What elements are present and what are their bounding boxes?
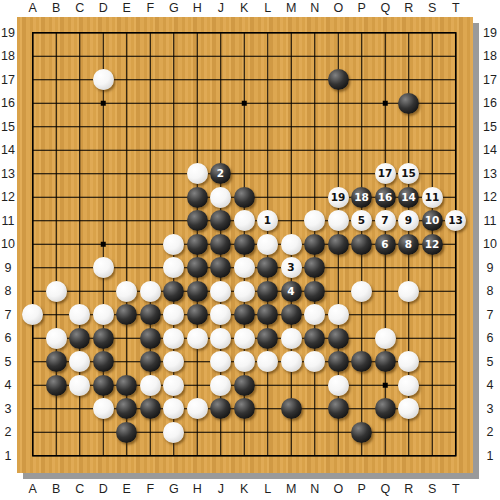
- intersection-A7[interactable]: [21, 303, 45, 327]
- intersection-H2[interactable]: [186, 421, 210, 445]
- intersection-B11[interactable]: [45, 209, 69, 233]
- intersection-M13[interactable]: [280, 162, 304, 186]
- intersection-Q18[interactable]: [374, 45, 398, 69]
- intersection-K12[interactable]: [233, 186, 257, 210]
- intersection-T8[interactable]: [444, 280, 468, 304]
- intersection-E19[interactable]: [115, 21, 139, 45]
- intersection-Q13[interactable]: 17: [374, 162, 398, 186]
- intersection-B8[interactable]: [45, 280, 69, 304]
- intersection-L17[interactable]: [256, 68, 280, 92]
- intersection-N16[interactable]: [303, 92, 327, 116]
- intersection-K4[interactable]: [233, 374, 257, 398]
- intersection-O2[interactable]: [327, 421, 351, 445]
- intersection-E17[interactable]: [115, 68, 139, 92]
- intersection-T5[interactable]: [444, 350, 468, 374]
- intersection-F1[interactable]: [139, 444, 163, 468]
- intersection-D3[interactable]: [92, 397, 116, 421]
- intersection-H14[interactable]: [186, 139, 210, 163]
- intersection-L3[interactable]: [256, 397, 280, 421]
- intersection-N8[interactable]: [303, 280, 327, 304]
- intersection-F13[interactable]: [139, 162, 163, 186]
- intersection-B9[interactable]: [45, 256, 69, 280]
- intersection-S18[interactable]: [421, 45, 445, 69]
- intersection-B6[interactable]: [45, 327, 69, 351]
- intersection-G12[interactable]: [162, 186, 186, 210]
- intersection-A11[interactable]: [21, 209, 45, 233]
- intersection-M15[interactable]: [280, 115, 304, 139]
- intersection-S11[interactable]: 10: [421, 209, 445, 233]
- intersection-S4[interactable]: [421, 374, 445, 398]
- intersection-O19[interactable]: [327, 21, 351, 45]
- intersection-N2[interactable]: [303, 421, 327, 445]
- intersection-R2[interactable]: [397, 421, 421, 445]
- intersection-Q12[interactable]: 16: [374, 186, 398, 210]
- intersection-F9[interactable]: [139, 256, 163, 280]
- intersection-N3[interactable]: [303, 397, 327, 421]
- intersection-G1[interactable]: [162, 444, 186, 468]
- intersection-C14[interactable]: [68, 139, 92, 163]
- intersection-G18[interactable]: [162, 45, 186, 69]
- intersection-M16[interactable]: [280, 92, 304, 116]
- intersection-A9[interactable]: [21, 256, 45, 280]
- intersection-T19[interactable]: [444, 21, 468, 45]
- intersection-N7[interactable]: [303, 303, 327, 327]
- intersection-F6[interactable]: [139, 327, 163, 351]
- intersection-H5[interactable]: [186, 350, 210, 374]
- intersection-S1[interactable]: [421, 444, 445, 468]
- intersection-K19[interactable]: [233, 21, 257, 45]
- intersection-T11[interactable]: 13: [444, 209, 468, 233]
- intersection-D8[interactable]: [92, 280, 116, 304]
- intersection-J3[interactable]: [209, 397, 233, 421]
- intersection-G16[interactable]: [162, 92, 186, 116]
- intersection-K5[interactable]: [233, 350, 257, 374]
- intersection-K16[interactable]: [233, 92, 257, 116]
- intersection-G10[interactable]: [162, 233, 186, 257]
- intersection-D19[interactable]: [92, 21, 116, 45]
- intersection-L8[interactable]: [256, 280, 280, 304]
- intersection-P3[interactable]: [350, 397, 374, 421]
- intersection-H6[interactable]: [186, 327, 210, 351]
- intersection-M8[interactable]: 4: [280, 280, 304, 304]
- intersection-J1[interactable]: [209, 444, 233, 468]
- intersection-C3[interactable]: [68, 397, 92, 421]
- intersection-D7[interactable]: [92, 303, 116, 327]
- intersection-T4[interactable]: [444, 374, 468, 398]
- intersection-T9[interactable]: [444, 256, 468, 280]
- intersection-G8[interactable]: [162, 280, 186, 304]
- intersection-M14[interactable]: [280, 139, 304, 163]
- intersection-S17[interactable]: [421, 68, 445, 92]
- intersection-R3[interactable]: [397, 397, 421, 421]
- intersection-D18[interactable]: [92, 45, 116, 69]
- intersection-H12[interactable]: [186, 186, 210, 210]
- intersection-P16[interactable]: [350, 92, 374, 116]
- intersection-P8[interactable]: [350, 280, 374, 304]
- intersection-J12[interactable]: [209, 186, 233, 210]
- intersection-E7[interactable]: [115, 303, 139, 327]
- intersection-D2[interactable]: [92, 421, 116, 445]
- intersection-F19[interactable]: [139, 21, 163, 45]
- intersection-M2[interactable]: [280, 421, 304, 445]
- intersection-A16[interactable]: [21, 92, 45, 116]
- intersection-K8[interactable]: [233, 280, 257, 304]
- intersection-C8[interactable]: [68, 280, 92, 304]
- intersection-T12[interactable]: [444, 186, 468, 210]
- intersection-E12[interactable]: [115, 186, 139, 210]
- intersection-N9[interactable]: [303, 256, 327, 280]
- intersection-C7[interactable]: [68, 303, 92, 327]
- intersection-Q1[interactable]: [374, 444, 398, 468]
- intersection-B4[interactable]: [45, 374, 69, 398]
- intersection-B12[interactable]: [45, 186, 69, 210]
- intersection-E1[interactable]: [115, 444, 139, 468]
- intersection-D16[interactable]: [92, 92, 116, 116]
- intersection-L6[interactable]: [256, 327, 280, 351]
- intersection-S2[interactable]: [421, 421, 445, 445]
- intersection-T1[interactable]: [444, 444, 468, 468]
- intersection-Q8[interactable]: [374, 280, 398, 304]
- intersection-Q7[interactable]: [374, 303, 398, 327]
- intersection-C12[interactable]: [68, 186, 92, 210]
- intersection-O7[interactable]: [327, 303, 351, 327]
- intersection-L2[interactable]: [256, 421, 280, 445]
- intersection-H17[interactable]: [186, 68, 210, 92]
- intersection-A14[interactable]: [21, 139, 45, 163]
- intersection-N6[interactable]: [303, 327, 327, 351]
- intersection-C4[interactable]: [68, 374, 92, 398]
- intersection-K17[interactable]: [233, 68, 257, 92]
- intersection-M17[interactable]: [280, 68, 304, 92]
- intersection-O10[interactable]: [327, 233, 351, 257]
- intersection-J10[interactable]: [209, 233, 233, 257]
- intersection-P17[interactable]: [350, 68, 374, 92]
- intersection-F12[interactable]: [139, 186, 163, 210]
- intersection-P12[interactable]: 18: [350, 186, 374, 210]
- intersection-S6[interactable]: [421, 327, 445, 351]
- intersection-J15[interactable]: [209, 115, 233, 139]
- intersection-M4[interactable]: [280, 374, 304, 398]
- intersection-N13[interactable]: [303, 162, 327, 186]
- intersection-S19[interactable]: [421, 21, 445, 45]
- intersection-B19[interactable]: [45, 21, 69, 45]
- intersection-F15[interactable]: [139, 115, 163, 139]
- intersection-P4[interactable]: [350, 374, 374, 398]
- intersection-A19[interactable]: [21, 21, 45, 45]
- intersection-R4[interactable]: [397, 374, 421, 398]
- intersection-R11[interactable]: 9: [397, 209, 421, 233]
- intersection-D9[interactable]: [92, 256, 116, 280]
- intersection-O1[interactable]: [327, 444, 351, 468]
- intersection-C9[interactable]: [68, 256, 92, 280]
- intersection-N11[interactable]: [303, 209, 327, 233]
- intersection-C6[interactable]: [68, 327, 92, 351]
- intersection-P1[interactable]: [350, 444, 374, 468]
- intersection-R18[interactable]: [397, 45, 421, 69]
- intersection-E14[interactable]: [115, 139, 139, 163]
- intersection-F4[interactable]: [139, 374, 163, 398]
- intersection-A4[interactable]: [21, 374, 45, 398]
- intersection-K18[interactable]: [233, 45, 257, 69]
- intersection-F17[interactable]: [139, 68, 163, 92]
- intersection-A1[interactable]: [21, 444, 45, 468]
- intersection-G4[interactable]: [162, 374, 186, 398]
- intersection-J9[interactable]: [209, 256, 233, 280]
- intersection-B5[interactable]: [45, 350, 69, 374]
- intersection-G14[interactable]: [162, 139, 186, 163]
- intersection-E3[interactable]: [115, 397, 139, 421]
- intersection-R8[interactable]: [397, 280, 421, 304]
- intersection-K11[interactable]: [233, 209, 257, 233]
- intersection-K15[interactable]: [233, 115, 257, 139]
- intersection-C5[interactable]: [68, 350, 92, 374]
- intersection-A6[interactable]: [21, 327, 45, 351]
- intersection-B15[interactable]: [45, 115, 69, 139]
- intersection-R16[interactable]: [397, 92, 421, 116]
- intersection-A5[interactable]: [21, 350, 45, 374]
- intersection-N1[interactable]: [303, 444, 327, 468]
- intersection-G17[interactable]: [162, 68, 186, 92]
- intersection-M6[interactable]: [280, 327, 304, 351]
- intersection-E11[interactable]: [115, 209, 139, 233]
- intersection-K14[interactable]: [233, 139, 257, 163]
- intersection-B14[interactable]: [45, 139, 69, 163]
- intersection-S15[interactable]: [421, 115, 445, 139]
- intersection-N14[interactable]: [303, 139, 327, 163]
- intersection-S9[interactable]: [421, 256, 445, 280]
- intersection-F5[interactable]: [139, 350, 163, 374]
- intersection-F18[interactable]: [139, 45, 163, 69]
- intersection-E18[interactable]: [115, 45, 139, 69]
- intersection-A13[interactable]: [21, 162, 45, 186]
- intersection-F14[interactable]: [139, 139, 163, 163]
- intersection-N18[interactable]: [303, 45, 327, 69]
- intersection-S5[interactable]: [421, 350, 445, 374]
- intersection-S10[interactable]: 12: [421, 233, 445, 257]
- intersection-S8[interactable]: [421, 280, 445, 304]
- intersection-F10[interactable]: [139, 233, 163, 257]
- intersection-G2[interactable]: [162, 421, 186, 445]
- intersection-C15[interactable]: [68, 115, 92, 139]
- intersection-C16[interactable]: [68, 92, 92, 116]
- intersection-K1[interactable]: [233, 444, 257, 468]
- intersection-S7[interactable]: [421, 303, 445, 327]
- intersection-P14[interactable]: [350, 139, 374, 163]
- intersection-L13[interactable]: [256, 162, 280, 186]
- intersection-P15[interactable]: [350, 115, 374, 139]
- intersection-L9[interactable]: [256, 256, 280, 280]
- intersection-J13[interactable]: 2: [209, 162, 233, 186]
- intersection-Q6[interactable]: [374, 327, 398, 351]
- intersection-B18[interactable]: [45, 45, 69, 69]
- intersection-N17[interactable]: [303, 68, 327, 92]
- intersection-M19[interactable]: [280, 21, 304, 45]
- intersection-A12[interactable]: [21, 186, 45, 210]
- intersection-M9[interactable]: 3: [280, 256, 304, 280]
- intersection-B10[interactable]: [45, 233, 69, 257]
- intersection-P9[interactable]: [350, 256, 374, 280]
- intersection-Q5[interactable]: [374, 350, 398, 374]
- intersection-G6[interactable]: [162, 327, 186, 351]
- intersection-Q2[interactable]: [374, 421, 398, 445]
- intersection-L4[interactable]: [256, 374, 280, 398]
- intersection-J4[interactable]: [209, 374, 233, 398]
- intersection-O9[interactable]: [327, 256, 351, 280]
- intersection-P7[interactable]: [350, 303, 374, 327]
- intersection-B17[interactable]: [45, 68, 69, 92]
- intersection-T6[interactable]: [444, 327, 468, 351]
- intersection-E5[interactable]: [115, 350, 139, 374]
- intersection-G13[interactable]: [162, 162, 186, 186]
- intersection-M12[interactable]: [280, 186, 304, 210]
- intersection-G3[interactable]: [162, 397, 186, 421]
- intersection-F8[interactable]: [139, 280, 163, 304]
- intersection-T14[interactable]: [444, 139, 468, 163]
- intersection-H18[interactable]: [186, 45, 210, 69]
- intersection-O4[interactable]: [327, 374, 351, 398]
- intersection-H9[interactable]: [186, 256, 210, 280]
- intersection-E15[interactable]: [115, 115, 139, 139]
- intersection-M11[interactable]: [280, 209, 304, 233]
- intersection-D1[interactable]: [92, 444, 116, 468]
- intersection-E10[interactable]: [115, 233, 139, 257]
- intersection-D4[interactable]: [92, 374, 116, 398]
- intersection-C19[interactable]: [68, 21, 92, 45]
- intersection-E16[interactable]: [115, 92, 139, 116]
- intersection-A15[interactable]: [21, 115, 45, 139]
- intersection-B7[interactable]: [45, 303, 69, 327]
- intersection-Q3[interactable]: [374, 397, 398, 421]
- intersection-F7[interactable]: [139, 303, 163, 327]
- intersection-L14[interactable]: [256, 139, 280, 163]
- intersection-R19[interactable]: [397, 21, 421, 45]
- intersection-T13[interactable]: [444, 162, 468, 186]
- intersection-H16[interactable]: [186, 92, 210, 116]
- intersection-O18[interactable]: [327, 45, 351, 69]
- intersection-E13[interactable]: [115, 162, 139, 186]
- intersection-J14[interactable]: [209, 139, 233, 163]
- intersection-P13[interactable]: [350, 162, 374, 186]
- intersection-N10[interactable]: [303, 233, 327, 257]
- intersection-P5[interactable]: [350, 350, 374, 374]
- intersection-L18[interactable]: [256, 45, 280, 69]
- intersection-A10[interactable]: [21, 233, 45, 257]
- intersection-D10[interactable]: [92, 233, 116, 257]
- intersection-F16[interactable]: [139, 92, 163, 116]
- intersection-G19[interactable]: [162, 21, 186, 45]
- intersection-H8[interactable]: [186, 280, 210, 304]
- intersection-Q11[interactable]: 7: [374, 209, 398, 233]
- intersection-Q16[interactable]: [374, 92, 398, 116]
- intersection-C13[interactable]: [68, 162, 92, 186]
- intersection-S14[interactable]: [421, 139, 445, 163]
- intersection-T2[interactable]: [444, 421, 468, 445]
- intersection-R9[interactable]: [397, 256, 421, 280]
- intersection-Q10[interactable]: 6: [374, 233, 398, 257]
- intersection-J7[interactable]: [209, 303, 233, 327]
- intersection-B1[interactable]: [45, 444, 69, 468]
- intersection-O6[interactable]: [327, 327, 351, 351]
- intersection-F3[interactable]: [139, 397, 163, 421]
- intersection-R15[interactable]: [397, 115, 421, 139]
- intersection-K7[interactable]: [233, 303, 257, 327]
- intersection-D13[interactable]: [92, 162, 116, 186]
- intersection-A18[interactable]: [21, 45, 45, 69]
- intersection-C2[interactable]: [68, 421, 92, 445]
- intersection-P19[interactable]: [350, 21, 374, 45]
- intersection-E6[interactable]: [115, 327, 139, 351]
- intersection-H11[interactable]: [186, 209, 210, 233]
- intersection-O12[interactable]: 19: [327, 186, 351, 210]
- intersection-F2[interactable]: [139, 421, 163, 445]
- intersection-O13[interactable]: [327, 162, 351, 186]
- intersection-L16[interactable]: [256, 92, 280, 116]
- intersection-L11[interactable]: 1: [256, 209, 280, 233]
- intersection-Q17[interactable]: [374, 68, 398, 92]
- intersection-H15[interactable]: [186, 115, 210, 139]
- intersection-Q4[interactable]: [374, 374, 398, 398]
- intersection-J18[interactable]: [209, 45, 233, 69]
- intersection-G5[interactable]: [162, 350, 186, 374]
- intersection-K2[interactable]: [233, 421, 257, 445]
- intersection-M1[interactable]: [280, 444, 304, 468]
- intersection-C17[interactable]: [68, 68, 92, 92]
- intersection-C10[interactable]: [68, 233, 92, 257]
- intersection-B13[interactable]: [45, 162, 69, 186]
- intersection-E2[interactable]: [115, 421, 139, 445]
- intersection-E4[interactable]: [115, 374, 139, 398]
- intersection-R1[interactable]: [397, 444, 421, 468]
- intersection-L19[interactable]: [256, 21, 280, 45]
- intersection-M10[interactable]: [280, 233, 304, 257]
- intersection-D15[interactable]: [92, 115, 116, 139]
- intersection-E9[interactable]: [115, 256, 139, 280]
- intersection-J17[interactable]: [209, 68, 233, 92]
- intersection-C18[interactable]: [68, 45, 92, 69]
- intersection-P6[interactable]: [350, 327, 374, 351]
- intersection-J5[interactable]: [209, 350, 233, 374]
- intersection-N19[interactable]: [303, 21, 327, 45]
- intersection-H10[interactable]: [186, 233, 210, 257]
- intersection-R5[interactable]: [397, 350, 421, 374]
- intersection-P10[interactable]: [350, 233, 374, 257]
- intersection-J16[interactable]: [209, 92, 233, 116]
- intersection-T17[interactable]: [444, 68, 468, 92]
- intersection-A8[interactable]: [21, 280, 45, 304]
- intersection-Q14[interactable]: [374, 139, 398, 163]
- intersection-R10[interactable]: 8: [397, 233, 421, 257]
- intersection-O14[interactable]: [327, 139, 351, 163]
- intersection-M18[interactable]: [280, 45, 304, 69]
- intersection-G15[interactable]: [162, 115, 186, 139]
- intersection-L7[interactable]: [256, 303, 280, 327]
- intersection-K6[interactable]: [233, 327, 257, 351]
- intersection-D6[interactable]: [92, 327, 116, 351]
- intersection-A2[interactable]: [21, 421, 45, 445]
- intersection-D12[interactable]: [92, 186, 116, 210]
- intersection-N5[interactable]: [303, 350, 327, 374]
- intersection-O3[interactable]: [327, 397, 351, 421]
- intersection-D17[interactable]: [92, 68, 116, 92]
- intersection-H1[interactable]: [186, 444, 210, 468]
- intersection-R7[interactable]: [397, 303, 421, 327]
- intersection-C1[interactable]: [68, 444, 92, 468]
- intersection-R12[interactable]: 14: [397, 186, 421, 210]
- intersection-J8[interactable]: [209, 280, 233, 304]
- intersection-N4[interactable]: [303, 374, 327, 398]
- intersection-O15[interactable]: [327, 115, 351, 139]
- intersection-T15[interactable]: [444, 115, 468, 139]
